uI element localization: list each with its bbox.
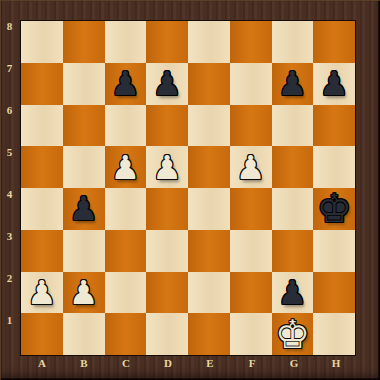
white-pawn[interactable]: ♟ [230,146,272,188]
square-c1[interactable] [105,313,147,355]
file-label-b: B [63,357,105,375]
square-e8[interactable] [188,21,230,63]
file-label-e: E [189,357,231,375]
square-d6[interactable] [146,105,188,147]
square-d7[interactable]: ♟ [146,63,188,105]
square-c7[interactable]: ♟ [105,63,147,105]
white-pawn[interactable]: ♟ [63,272,105,314]
white-pawn[interactable]: ♟ [146,146,188,188]
square-h2[interactable] [313,272,355,314]
white-king[interactable]: ♚ [272,313,314,355]
file-label-d: D [147,357,189,375]
square-h1[interactable] [313,313,355,355]
square-b5[interactable] [63,146,105,188]
square-a4[interactable] [21,188,63,230]
square-g3[interactable] [272,230,314,272]
rank-label-6: 6 [0,104,19,146]
chess-board: ♟♟♟♟♟♟♟♟♚♟♟♟♚ [20,20,356,356]
square-a3[interactable] [21,230,63,272]
square-d2[interactable] [146,272,188,314]
square-e6[interactable] [188,105,230,147]
square-d5[interactable]: ♟ [146,146,188,188]
square-g6[interactable] [272,105,314,147]
square-f2[interactable] [230,272,272,314]
square-e5[interactable] [188,146,230,188]
file-label-h: H [315,357,357,375]
square-h6[interactable] [313,105,355,147]
file-label-f: F [231,357,273,375]
square-e2[interactable] [188,272,230,314]
square-h4[interactable]: ♚ [313,188,355,230]
black-pawn[interactable]: ♟ [63,188,105,230]
square-g2[interactable]: ♟ [272,272,314,314]
square-a8[interactable] [21,21,63,63]
rank-label-2: 2 [0,272,19,314]
square-c6[interactable] [105,105,147,147]
file-label-g: G [273,357,315,375]
file-label-c: C [105,357,147,375]
rank-label-7: 7 [0,62,19,104]
white-pawn[interactable]: ♟ [21,272,63,314]
rank-label-4: 4 [0,188,19,230]
rank-label-3: 3 [0,230,19,272]
square-f1[interactable] [230,313,272,355]
square-f7[interactable] [230,63,272,105]
square-g5[interactable] [272,146,314,188]
square-h3[interactable] [313,230,355,272]
square-g8[interactable] [272,21,314,63]
square-a2[interactable]: ♟ [21,272,63,314]
square-f6[interactable] [230,105,272,147]
square-h5[interactable] [313,146,355,188]
square-e1[interactable] [188,313,230,355]
square-c2[interactable] [105,272,147,314]
black-king[interactable]: ♚ [313,188,355,230]
square-f4[interactable] [230,188,272,230]
black-pawn[interactable]: ♟ [105,63,147,105]
square-d1[interactable] [146,313,188,355]
square-d8[interactable] [146,21,188,63]
square-b7[interactable] [63,63,105,105]
square-d4[interactable] [146,188,188,230]
square-g1[interactable]: ♚ [272,313,314,355]
square-b6[interactable] [63,105,105,147]
square-h7[interactable]: ♟ [313,63,355,105]
chess-app: ♟♟♟♟♟♟♟♟♚♟♟♟♚ 87654321 ABCDEFGH [0,0,380,380]
square-c3[interactable] [105,230,147,272]
square-c5[interactable]: ♟ [105,146,147,188]
rank-label-8: 8 [0,20,19,62]
black-pawn[interactable]: ♟ [272,272,314,314]
square-e7[interactable] [188,63,230,105]
black-pawn[interactable]: ♟ [313,63,355,105]
rank-label-5: 5 [0,146,19,188]
square-b3[interactable] [63,230,105,272]
square-g4[interactable] [272,188,314,230]
file-label-a: A [21,357,63,375]
square-b1[interactable] [63,313,105,355]
square-f5[interactable]: ♟ [230,146,272,188]
square-a7[interactable] [21,63,63,105]
square-h8[interactable] [313,21,355,63]
square-a1[interactable] [21,313,63,355]
square-b8[interactable] [63,21,105,63]
square-f8[interactable] [230,21,272,63]
square-e3[interactable] [188,230,230,272]
square-g7[interactable]: ♟ [272,63,314,105]
white-pawn[interactable]: ♟ [105,146,147,188]
square-d3[interactable] [146,230,188,272]
square-c4[interactable] [105,188,147,230]
rank-label-1: 1 [0,314,19,356]
square-a6[interactable] [21,105,63,147]
square-a5[interactable] [21,146,63,188]
square-e4[interactable] [188,188,230,230]
square-b4[interactable]: ♟ [63,188,105,230]
black-pawn[interactable]: ♟ [272,63,314,105]
square-b2[interactable]: ♟ [63,272,105,314]
square-c8[interactable] [105,21,147,63]
black-pawn[interactable]: ♟ [146,63,188,105]
square-f3[interactable] [230,230,272,272]
